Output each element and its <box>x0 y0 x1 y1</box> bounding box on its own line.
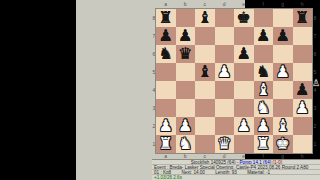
square-g2: ♝ <box>273 117 293 135</box>
chess-board: ♜♝♚♜♟♟♟♟♞♛♟♝♟♞♟♝♟♞♟♟♟♟♟♝♜♞♛♜♚ <box>156 9 312 153</box>
square-c8: ♝ <box>195 9 215 27</box>
white-rook-piece: ♜ <box>159 135 173 153</box>
square-f7: ♟ <box>254 27 274 45</box>
white-knight-piece: ♞ <box>256 99 270 117</box>
square-c5: ♝ <box>195 63 215 81</box>
square-b5 <box>176 63 196 81</box>
white-pawn-piece: ♟ <box>276 63 290 81</box>
square-c2 <box>195 117 215 135</box>
square-h6 <box>293 45 313 63</box>
square-b3 <box>176 99 196 117</box>
square-a1: ♜ <box>156 135 176 153</box>
square-d5: ♟ <box>215 63 235 81</box>
square-h1 <box>293 135 313 153</box>
square-d2 <box>215 117 235 135</box>
square-b2: ♟ <box>176 117 196 135</box>
white-pawn-piece: ♟ <box>295 99 309 117</box>
square-g7: ♟ <box>273 27 293 45</box>
square-c1 <box>195 135 215 153</box>
file-label-g: g <box>273 1 293 8</box>
square-h2 <box>293 117 313 135</box>
rank-label-2: 2 <box>312 117 318 135</box>
black-pawn-piece: ♟ <box>276 27 290 45</box>
file-label-h: h <box>293 1 313 8</box>
square-g1: ♚ <box>273 135 293 153</box>
square-d8 <box>215 9 235 27</box>
file-label-b: b <box>176 1 196 8</box>
black-pawn-piece: ♟ <box>178 27 192 45</box>
square-e8: ♚ <box>234 9 254 27</box>
black-pawn-piece: ♟ <box>159 27 173 45</box>
square-e3 <box>234 99 254 117</box>
rank-label-7: 7 <box>312 27 318 45</box>
file-label-f: f <box>254 1 274 8</box>
black-bishop-piece: ♝ <box>198 63 212 81</box>
black-pawn-piece: ♟ <box>256 27 270 45</box>
material-advantage-pawn-icon: ♙ <box>311 77 320 89</box>
square-a5 <box>156 63 176 81</box>
square-h3: ♟ <box>293 99 313 117</box>
white-bishop-piece: ♝ <box>276 117 290 135</box>
white-pawn-piece: ♟ <box>256 117 270 135</box>
square-g4 <box>273 81 293 99</box>
white-pawn-piece: ♟ <box>217 63 231 81</box>
file-label-d: d <box>215 1 235 8</box>
square-g8 <box>273 9 293 27</box>
square-b4 <box>176 81 196 99</box>
engine-eval-line: +1.03/26 2.6s <box>152 175 320 180</box>
chess-app-background: abcdefgh abcdefgh 87654321 87654321 ♜♝♚♜… <box>76 0 245 180</box>
square-a2: ♟ <box>156 117 176 135</box>
rank-label-8: 8 <box>312 9 318 27</box>
rank-label-3: 3 <box>312 99 318 117</box>
square-e2: ♟ <box>234 117 254 135</box>
video-frame: abcdefgh abcdefgh 87654321 87654321 ♜♝♚♜… <box>0 0 320 180</box>
square-g6 <box>273 45 293 63</box>
white-knight-piece: ♞ <box>178 135 192 153</box>
square-h8: ♜ <box>293 9 313 27</box>
rank-label-1: 1 <box>312 135 318 153</box>
square-d6 <box>215 45 235 63</box>
square-a7: ♟ <box>156 27 176 45</box>
white-king-piece: ♚ <box>276 135 290 153</box>
square-c7 <box>195 27 215 45</box>
square-f1: ♜ <box>254 135 274 153</box>
black-rook-piece: ♜ <box>295 9 309 27</box>
white-pawn-piece: ♟ <box>159 117 173 135</box>
square-a3 <box>156 99 176 117</box>
square-b7: ♟ <box>176 27 196 45</box>
white-bishop-piece: ♝ <box>256 81 270 99</box>
square-f4: ♝ <box>254 81 274 99</box>
square-d7 <box>215 27 235 45</box>
square-c6 <box>195 45 215 63</box>
status-panel: Stockfish 140925 (64) - Pomp 14.1 (64) (… <box>152 159 320 180</box>
square-e6: ♟ <box>234 45 254 63</box>
square-b8 <box>176 9 196 27</box>
square-d4 <box>215 81 235 99</box>
square-e7 <box>234 27 254 45</box>
black-knight-piece: ♞ <box>159 45 173 63</box>
square-h5 <box>293 63 313 81</box>
square-f2: ♟ <box>254 117 274 135</box>
square-b6: ♛ <box>176 45 196 63</box>
black-king-piece: ♚ <box>237 9 251 27</box>
file-label-c: c <box>195 1 215 8</box>
square-g3 <box>273 99 293 117</box>
square-a6: ♞ <box>156 45 176 63</box>
white-pawn-piece: ♟ <box>237 117 251 135</box>
square-h7 <box>293 27 313 45</box>
square-c3 <box>195 99 215 117</box>
square-e5 <box>234 63 254 81</box>
file-label-e: e <box>234 1 254 8</box>
rank-label-6: 6 <box>312 45 318 63</box>
black-knight-piece: ♞ <box>256 63 270 81</box>
square-f5: ♞ <box>254 63 274 81</box>
black-rook-piece: ♜ <box>159 9 173 27</box>
file-labels-top: abcdefgh <box>156 1 312 8</box>
white-pawn-piece: ♟ <box>178 117 192 135</box>
square-c4 <box>195 81 215 99</box>
square-b1: ♞ <box>176 135 196 153</box>
square-d3 <box>215 99 235 117</box>
black-pawn-piece: ♟ <box>237 45 251 63</box>
white-queen-piece: ♛ <box>217 135 231 153</box>
square-h4: ♟ <box>293 81 313 99</box>
square-g5: ♟ <box>273 63 293 81</box>
black-queen-piece: ♛ <box>178 45 192 63</box>
square-a8: ♜ <box>156 9 176 27</box>
square-f8 <box>254 9 274 27</box>
square-a4 <box>156 81 176 99</box>
black-bishop-piece: ♝ <box>198 9 212 27</box>
square-e1 <box>234 135 254 153</box>
white-rook-piece: ♜ <box>256 135 270 153</box>
square-f3: ♞ <box>254 99 274 117</box>
square-e4 <box>234 81 254 99</box>
square-d1: ♛ <box>215 135 235 153</box>
black-pawn-piece: ♟ <box>295 81 309 99</box>
file-label-a: a <box>156 1 176 8</box>
square-f6 <box>254 45 274 63</box>
